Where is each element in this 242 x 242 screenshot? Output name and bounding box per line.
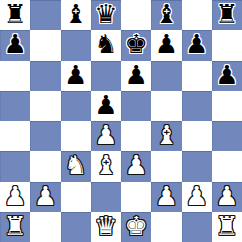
piece-black-rook: ♜ xyxy=(3,1,26,27)
square-a1[interactable]: ♜ xyxy=(0,212,30,242)
square-a7[interactable]: ♟ xyxy=(0,30,30,60)
piece-black-king: ♚ xyxy=(124,31,147,57)
piece-white-rook: ♜ xyxy=(3,213,26,239)
square-b2[interactable]: ♟ xyxy=(30,182,60,212)
square-e4[interactable] xyxy=(121,121,151,151)
square-d4[interactable]: ♟ xyxy=(91,121,121,151)
square-f2[interactable]: ♟ xyxy=(151,182,181,212)
square-g4[interactable] xyxy=(182,121,212,151)
square-g1[interactable] xyxy=(182,212,212,242)
square-h5[interactable] xyxy=(212,91,242,121)
piece-black-pawn: ♟ xyxy=(185,31,208,57)
square-c1[interactable] xyxy=(61,212,91,242)
square-f1[interactable] xyxy=(151,212,181,242)
square-d3[interactable]: ♝ xyxy=(91,151,121,181)
square-g5[interactable] xyxy=(182,91,212,121)
piece-black-knight: ♞ xyxy=(94,31,117,57)
piece-white-bishop: ♝ xyxy=(155,122,178,148)
square-c2[interactable] xyxy=(61,182,91,212)
square-e7[interactable]: ♚ xyxy=(121,30,151,60)
square-b4[interactable] xyxy=(30,121,60,151)
chess-board: ♜♝♛♝♜♟♞♚♟♟♟♟♟♟♟♝♞♝♟♟♟♟♟♟♜♛♚♜ xyxy=(0,0,242,242)
square-g7[interactable]: ♟ xyxy=(182,30,212,60)
square-b8[interactable] xyxy=(30,0,60,30)
square-c6[interactable]: ♟ xyxy=(61,61,91,91)
square-h7[interactable] xyxy=(212,30,242,60)
piece-white-pawn: ♟ xyxy=(94,122,117,148)
piece-white-pawn: ♟ xyxy=(215,183,238,209)
piece-black-pawn: ♟ xyxy=(94,92,117,118)
square-b6[interactable] xyxy=(30,61,60,91)
square-e6[interactable]: ♟ xyxy=(121,61,151,91)
square-d2[interactable] xyxy=(91,182,121,212)
piece-black-pawn: ♟ xyxy=(3,31,26,57)
piece-white-pawn: ♟ xyxy=(124,152,147,178)
square-a5[interactable] xyxy=(0,91,30,121)
piece-white-pawn: ♟ xyxy=(155,183,178,209)
piece-white-king: ♚ xyxy=(124,213,147,239)
square-d6[interactable] xyxy=(91,61,121,91)
square-e3[interactable]: ♟ xyxy=(121,151,151,181)
piece-black-queen: ♛ xyxy=(94,1,117,27)
piece-white-pawn: ♟ xyxy=(34,183,57,209)
square-d7[interactable]: ♞ xyxy=(91,30,121,60)
square-h1[interactable]: ♜ xyxy=(212,212,242,242)
piece-white-bishop: ♝ xyxy=(94,152,117,178)
square-e5[interactable] xyxy=(121,91,151,121)
square-g2[interactable]: ♟ xyxy=(182,182,212,212)
piece-black-bishop: ♝ xyxy=(155,1,178,27)
square-f3[interactable] xyxy=(151,151,181,181)
square-a8[interactable]: ♜ xyxy=(0,0,30,30)
square-a4[interactable] xyxy=(0,121,30,151)
square-g3[interactable] xyxy=(182,151,212,181)
square-c4[interactable] xyxy=(61,121,91,151)
square-d5[interactable]: ♟ xyxy=(91,91,121,121)
square-c7[interactable] xyxy=(61,30,91,60)
piece-black-pawn: ♟ xyxy=(64,62,87,88)
square-a3[interactable] xyxy=(0,151,30,181)
square-a6[interactable] xyxy=(0,61,30,91)
square-h4[interactable] xyxy=(212,121,242,151)
piece-white-rook: ♜ xyxy=(215,213,238,239)
square-e8[interactable] xyxy=(121,0,151,30)
square-c8[interactable]: ♝ xyxy=(61,0,91,30)
square-b7[interactable] xyxy=(30,30,60,60)
square-b5[interactable] xyxy=(30,91,60,121)
square-h2[interactable]: ♟ xyxy=(212,182,242,212)
square-d1[interactable]: ♛ xyxy=(91,212,121,242)
square-f4[interactable]: ♝ xyxy=(151,121,181,151)
piece-black-pawn: ♟ xyxy=(124,62,147,88)
square-g6[interactable] xyxy=(182,61,212,91)
square-g8[interactable] xyxy=(182,0,212,30)
square-h3[interactable] xyxy=(212,151,242,181)
square-a2[interactable]: ♟ xyxy=(0,182,30,212)
piece-white-pawn: ♟ xyxy=(3,183,26,209)
square-b1[interactable] xyxy=(30,212,60,242)
piece-black-rook: ♜ xyxy=(215,1,238,27)
square-c3[interactable]: ♞ xyxy=(61,151,91,181)
square-e2[interactable] xyxy=(121,182,151,212)
square-f5[interactable] xyxy=(151,91,181,121)
piece-white-queen: ♛ xyxy=(94,213,117,239)
piece-black-pawn: ♟ xyxy=(215,62,238,88)
square-e1[interactable]: ♚ xyxy=(121,212,151,242)
piece-black-bishop: ♝ xyxy=(64,1,87,27)
piece-black-pawn: ♟ xyxy=(155,31,178,57)
square-f6[interactable] xyxy=(151,61,181,91)
square-d8[interactable]: ♛ xyxy=(91,0,121,30)
piece-white-pawn: ♟ xyxy=(185,183,208,209)
square-b3[interactable] xyxy=(30,151,60,181)
square-f8[interactable]: ♝ xyxy=(151,0,181,30)
square-f7[interactable]: ♟ xyxy=(151,30,181,60)
square-h6[interactable]: ♟ xyxy=(212,61,242,91)
piece-white-knight: ♞ xyxy=(64,152,87,178)
square-h8[interactable]: ♜ xyxy=(212,0,242,30)
square-c5[interactable] xyxy=(61,91,91,121)
